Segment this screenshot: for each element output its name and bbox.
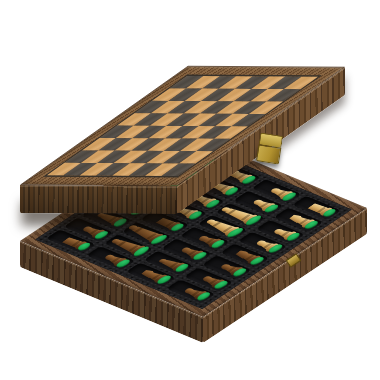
chess-piece-light-p bbox=[267, 186, 297, 201]
chess-piece-dark-p bbox=[102, 253, 132, 268]
chess-piece-light-n bbox=[286, 213, 319, 229]
brass-latch bbox=[256, 132, 283, 165]
chess-piece-dark-n bbox=[233, 249, 266, 266]
chess-piece-dark-b bbox=[155, 256, 190, 272]
lid-left-edge-face bbox=[20, 185, 177, 214]
chess-piece-dark-p bbox=[195, 234, 225, 249]
chess-piece-dark-p bbox=[217, 262, 247, 277]
chess-piece-light-r bbox=[306, 202, 337, 217]
chess-piece-light-p bbox=[249, 198, 279, 213]
brass-latch-plate bbox=[256, 144, 281, 164]
chess-piece-light-p bbox=[271, 227, 302, 241]
chess-piece-dark-r bbox=[154, 217, 185, 232]
chess-piece-dark-n bbox=[139, 268, 172, 284]
chess-piece-dark-p bbox=[181, 286, 211, 301]
chess-piece-dark-r bbox=[60, 236, 91, 251]
chess-box-product-photo bbox=[0, 0, 380, 380]
chess-piece-dark-p bbox=[80, 224, 110, 239]
chess-piece-dark-p bbox=[178, 246, 208, 261]
chess-piece-light-p bbox=[253, 238, 283, 253]
chess-piece-dark-p bbox=[200, 274, 230, 289]
